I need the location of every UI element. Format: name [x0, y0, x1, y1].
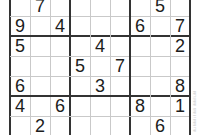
cell-r8c2[interactable]: 2 — [30, 116, 50, 135]
cell-r2c2[interactable]: 7 — [30, 0, 50, 16]
cell-r2c3[interactable] — [50, 0, 70, 16]
given-digit: 7 — [115, 56, 125, 76]
given-digit: 6 — [135, 16, 145, 36]
cell-r5c8[interactable] — [150, 56, 170, 76]
cell-r7c7[interactable]: 8 — [130, 96, 150, 116]
given-digit: 1 — [175, 96, 185, 116]
watermark-micro-text: ili.iliiliil il iliili iliiliili.ilil — [192, 74, 198, 132]
cell-r7c6[interactable] — [110, 96, 130, 116]
cell-r6c2[interactable] — [30, 76, 50, 96]
cell-r8c9[interactable] — [170, 116, 190, 135]
given-digit: 9 — [15, 16, 25, 36]
given-digit: 4 — [15, 96, 25, 116]
cell-r3c1[interactable]: 9 — [10, 16, 30, 36]
cell-r4c8[interactable] — [150, 36, 170, 56]
cell-r6c7[interactable] — [130, 76, 150, 96]
cell-r4c4[interactable] — [70, 36, 90, 56]
cell-r4c1[interactable]: 5 — [10, 36, 30, 56]
cell-r3c4[interactable] — [70, 16, 90, 36]
cell-r7c2[interactable] — [30, 96, 50, 116]
given-digit: 5 — [155, 0, 165, 16]
cell-r4c2[interactable] — [30, 36, 50, 56]
cell-r6c8[interactable] — [150, 76, 170, 96]
given-digit: 7 — [175, 16, 185, 36]
cell-r7c3[interactable]: 6 — [50, 96, 70, 116]
sudoku-page: 75946754257638468126 ili.iliiliil il ili… — [0, 0, 200, 135]
cell-r2c9[interactable] — [170, 0, 190, 16]
cell-r3c2[interactable] — [30, 16, 50, 36]
cell-r2c8[interactable]: 5 — [150, 0, 170, 16]
cell-r5c9[interactable] — [170, 56, 190, 76]
cell-r5c6[interactable]: 7 — [110, 56, 130, 76]
given-digit: 2 — [175, 36, 185, 56]
cell-r7c8[interactable] — [150, 96, 170, 116]
cell-r2c4[interactable] — [70, 0, 90, 16]
given-digit: 6 — [15, 76, 25, 96]
given-digit: 7 — [35, 0, 45, 16]
cell-r3c6[interactable] — [110, 16, 130, 36]
cell-r8c6[interactable] — [110, 116, 130, 135]
sudoku-board: 75946754257638468126 — [10, 0, 190, 135]
cell-r5c2[interactable] — [30, 56, 50, 76]
cell-r7c5[interactable] — [90, 96, 110, 116]
cell-r7c4[interactable] — [70, 96, 90, 116]
cell-r2c5[interactable] — [90, 0, 110, 16]
cell-r2c7[interactable] — [130, 0, 150, 16]
given-digit: 3 — [95, 76, 105, 96]
cell-r5c3[interactable] — [50, 56, 70, 76]
cell-r3c7[interactable]: 6 — [130, 16, 150, 36]
cell-r4c5[interactable]: 4 — [90, 36, 110, 56]
cell-r2c6[interactable] — [110, 0, 130, 16]
cell-r6c9[interactable]: 8 — [170, 76, 190, 96]
cell-r6c4[interactable] — [70, 76, 90, 96]
cell-r3c9[interactable]: 7 — [170, 16, 190, 36]
cell-r6c5[interactable]: 3 — [90, 76, 110, 96]
given-digit: 2 — [35, 116, 45, 135]
cell-r8c5[interactable] — [90, 116, 110, 135]
cell-r4c7[interactable] — [130, 36, 150, 56]
cell-r7c9[interactable]: 1 — [170, 96, 190, 116]
cell-r8c3[interactable] — [50, 116, 70, 135]
cell-r5c4[interactable]: 5 — [70, 56, 90, 76]
cell-r5c7[interactable] — [130, 56, 150, 76]
cell-r8c4[interactable] — [70, 116, 90, 135]
given-digit: 6 — [155, 116, 165, 135]
cell-r2c1[interactable] — [10, 0, 30, 16]
cell-r5c5[interactable] — [90, 56, 110, 76]
cell-r6c6[interactable] — [110, 76, 130, 96]
given-digit: 4 — [55, 16, 65, 36]
given-digit: 5 — [15, 36, 25, 56]
given-digit: 8 — [135, 96, 145, 116]
given-digit: 5 — [75, 56, 85, 76]
cell-r4c3[interactable] — [50, 36, 70, 56]
cell-r7c1[interactable]: 4 — [10, 96, 30, 116]
given-digit: 6 — [55, 96, 65, 116]
cell-r8c8[interactable]: 6 — [150, 116, 170, 135]
cell-r5c1[interactable] — [10, 56, 30, 76]
cell-r8c1[interactable] — [10, 116, 30, 135]
cell-r4c9[interactable]: 2 — [170, 36, 190, 56]
cell-r3c3[interactable]: 4 — [50, 16, 70, 36]
cell-r6c3[interactable] — [50, 76, 70, 96]
cell-r3c8[interactable] — [150, 16, 170, 36]
given-digit: 8 — [175, 76, 185, 96]
cell-r8c7[interactable] — [130, 116, 150, 135]
given-digit: 4 — [95, 36, 105, 56]
cell-r4c6[interactable] — [110, 36, 130, 56]
cell-r6c1[interactable]: 6 — [10, 76, 30, 96]
cell-r3c5[interactable] — [90, 16, 110, 36]
